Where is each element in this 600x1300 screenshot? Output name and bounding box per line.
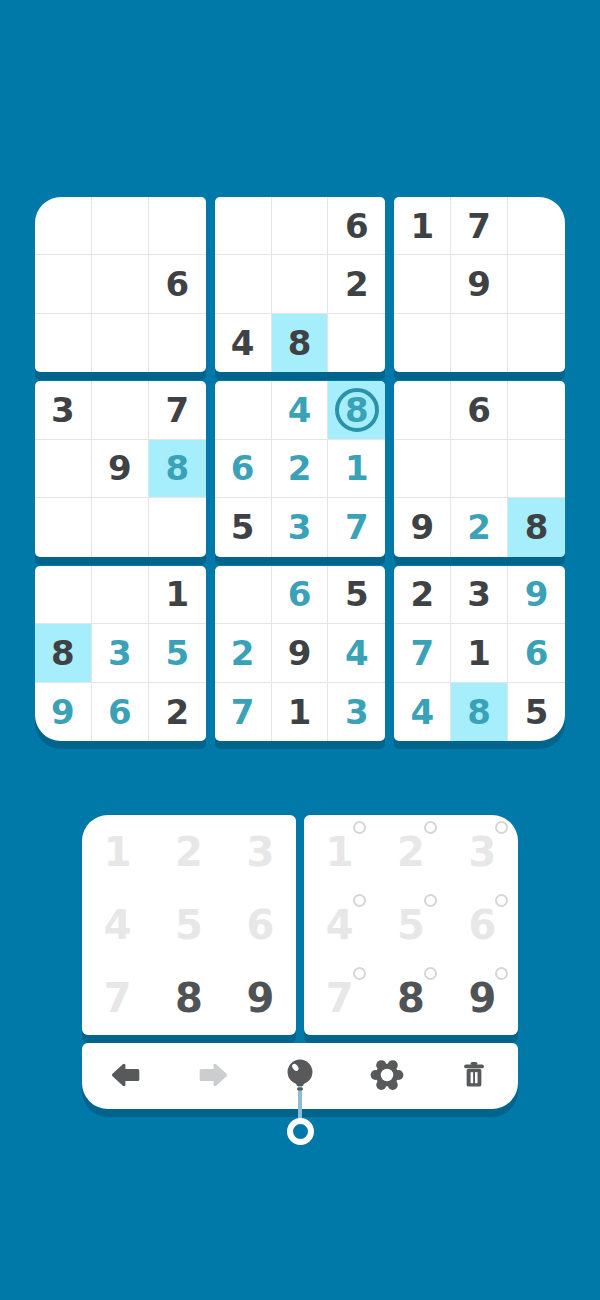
cell-r7c7[interactable]: 2 (394, 566, 451, 624)
numpad-8[interactable]: 8 (153, 962, 224, 1035)
box-1: 6 (35, 197, 206, 372)
cell-r9c9[interactable]: 5 (508, 683, 565, 741)
cell-r2c3[interactable]: 6 (149, 255, 206, 313)
key-digit: 2 (397, 829, 425, 875)
cell-r8c4[interactable]: 2 (215, 624, 272, 682)
cell-r3c6[interactable] (328, 314, 385, 372)
box-4: 3798 (35, 381, 206, 556)
cell-r4c4[interactable] (215, 381, 272, 439)
cell-r5c6[interactable]: 1 (328, 440, 385, 498)
notes-numpad-6: 6 (447, 888, 518, 961)
cell-r9c3[interactable]: 2 (149, 683, 206, 741)
cell-r5c9[interactable] (508, 440, 565, 498)
key-digit: 5 (175, 902, 203, 948)
cell-r8c5[interactable]: 9 (272, 624, 329, 682)
note-mark-icon (424, 821, 437, 834)
cell-r3c4[interactable]: 4 (215, 314, 272, 372)
key-digit: 4 (326, 902, 354, 948)
cell-r1c6[interactable]: 6 (328, 197, 385, 255)
cell-r8c7[interactable]: 7 (394, 624, 451, 682)
cell-r2c4[interactable] (215, 255, 272, 313)
hint-cord-handle[interactable] (287, 1118, 314, 1145)
cell-r2c5[interactable] (272, 255, 329, 313)
notes-numpad-3: 3 (447, 815, 518, 888)
key-digit: 7 (326, 975, 354, 1021)
note-mark-icon (353, 821, 366, 834)
cell-r8c6[interactable]: 4 (328, 624, 385, 682)
trash-icon (457, 1058, 491, 1095)
cell-r4c9[interactable] (508, 381, 565, 439)
cell-r8c3[interactable]: 5 (149, 624, 206, 682)
notes-numpad-5: 5 (375, 888, 446, 961)
cell-r5c2[interactable]: 9 (92, 440, 149, 498)
cell-r1c3[interactable] (149, 197, 206, 255)
cell-r7c3[interactable]: 1 (149, 566, 206, 624)
note-mark-icon (424, 967, 437, 980)
note-mark-icon (353, 967, 366, 980)
numpad-6: 6 (225, 888, 296, 961)
cell-r6c1[interactable] (35, 498, 92, 556)
key-digit: 5 (397, 902, 425, 948)
note-mark-icon (495, 821, 508, 834)
note-mark-icon (424, 894, 437, 907)
key-digit: 9 (246, 975, 274, 1021)
key-digit: 6 (246, 902, 274, 948)
cell-r3c2[interactable] (92, 314, 149, 372)
box-7: 1835962 (35, 566, 206, 741)
note-mark-icon (353, 894, 366, 907)
key-digit: 9 (468, 975, 496, 1021)
cell-r9c8[interactable]: 8 (451, 683, 508, 741)
numpad-2: 2 (153, 815, 224, 888)
key-digit: 8 (397, 975, 425, 1021)
hint-button[interactable] (278, 1054, 322, 1098)
key-digit: 4 (104, 902, 132, 948)
box-8: 65294713 (215, 566, 386, 741)
cell-r9c1[interactable]: 9 (35, 683, 92, 741)
key-digit: 2 (175, 829, 203, 875)
cell-r4c1[interactable]: 3 (35, 381, 92, 439)
notes-numpad-8[interactable]: 8 (375, 962, 446, 1035)
cell-r4c2[interactable] (92, 381, 149, 439)
cell-r6c2[interactable] (92, 498, 149, 556)
cell-r3c8[interactable] (451, 314, 508, 372)
cell-r6c9[interactable]: 8 (508, 498, 565, 556)
notes-numpad-7: 7 (304, 962, 375, 1035)
undo-button[interactable] (104, 1054, 148, 1098)
cell-r1c4[interactable] (215, 197, 272, 255)
cell-r2c2[interactable] (92, 255, 149, 313)
box-6: 6928 (394, 381, 565, 556)
app-screen: { "game": "sudoku", "position": "0000061… (0, 0, 600, 1300)
cell-r5c7[interactable] (394, 440, 451, 498)
cell-r3c9[interactable] (508, 314, 565, 372)
cell-r6c8[interactable]: 2 (451, 498, 508, 556)
numpad-1: 1 (82, 815, 153, 888)
key-digit: 3 (468, 829, 496, 875)
cell-r5c4[interactable]: 6 (215, 440, 272, 498)
undo-arrow-icon (109, 1058, 143, 1095)
cell-r3c5[interactable]: 8 (272, 314, 329, 372)
cell-r6c4[interactable]: 5 (215, 498, 272, 556)
cell-r1c7[interactable]: 1 (394, 197, 451, 255)
cell-r6c7[interactable]: 9 (394, 498, 451, 556)
box-9: 239716485 (394, 566, 565, 741)
box-3: 179 (394, 197, 565, 372)
numpad-7: 7 (82, 962, 153, 1035)
cell-r1c2[interactable] (92, 197, 149, 255)
key-digit: 1 (326, 829, 354, 875)
cell-r4c6[interactable]: 8 (328, 381, 385, 439)
cell-r6c6[interactable]: 7 (328, 498, 385, 556)
cell-r6c3[interactable] (149, 498, 206, 556)
cell-r7c5[interactable]: 6 (272, 566, 329, 624)
cell-r8c9[interactable]: 6 (508, 624, 565, 682)
cell-r5c5[interactable]: 2 (272, 440, 329, 498)
cell-r2c1[interactable] (35, 255, 92, 313)
notes-numpad-1: 1 (304, 815, 375, 888)
cell-r4c7[interactable] (394, 381, 451, 439)
cell-r5c1[interactable] (35, 440, 92, 498)
cell-r9c7[interactable]: 4 (394, 683, 451, 741)
numpad-normal: 123456789 (82, 815, 296, 1035)
notes-numpad-2: 2 (375, 815, 446, 888)
cell-r2c7[interactable] (394, 255, 451, 313)
numpad-notes: 123456789 (304, 815, 518, 1035)
notes-numpad-9[interactable]: 9 (447, 962, 518, 1035)
cell-r5c8[interactable] (451, 440, 508, 498)
cell-r7c1[interactable] (35, 566, 92, 624)
key-digit: 3 (246, 829, 274, 875)
numpad-4: 4 (82, 888, 153, 961)
cell-r9c5[interactable]: 1 (272, 683, 329, 741)
cell-r8c2[interactable]: 3 (92, 624, 149, 682)
cell-r5c3[interactable]: 8 (149, 440, 206, 498)
cell-r7c6[interactable]: 5 (328, 566, 385, 624)
note-mark-icon (495, 967, 508, 980)
key-digit: 7 (104, 975, 132, 1021)
key-digit: 1 (104, 829, 132, 875)
cell-r1c9[interactable] (508, 197, 565, 255)
note-mark-icon (495, 894, 508, 907)
cell-r4c8[interactable]: 6 (451, 381, 508, 439)
cell-r2c6[interactable]: 2 (328, 255, 385, 313)
cell-r3c1[interactable] (35, 314, 92, 372)
cell-r2c9[interactable] (508, 255, 565, 313)
lightbulb-icon (282, 1057, 318, 1096)
numpad-9[interactable]: 9 (225, 962, 296, 1035)
cell-r6c5[interactable]: 3 (272, 498, 329, 556)
cell-r8c1[interactable]: 8 (35, 624, 92, 682)
key-digit: 6 (468, 902, 496, 948)
redo-button[interactable] (191, 1054, 235, 1098)
gear-icon (370, 1058, 404, 1095)
box-2: 6248 (215, 197, 386, 372)
numpad-5: 5 (153, 888, 224, 961)
number-pad: 123456789 123456789 (82, 815, 518, 1035)
sudoku-board: 6624817937984862153769281835962652947132… (35, 197, 565, 741)
cell-r2c8[interactable]: 9 (451, 255, 508, 313)
cell-r4c5[interactable]: 4 (272, 381, 329, 439)
key-digit: 8 (175, 975, 203, 1021)
redo-arrow-icon (196, 1058, 230, 1095)
cell-r1c8[interactable]: 7 (451, 197, 508, 255)
cell-r9c6[interactable]: 3 (328, 683, 385, 741)
cell-r3c3[interactable] (149, 314, 206, 372)
cell-r1c1[interactable] (35, 197, 92, 255)
cell-r7c9[interactable]: 9 (508, 566, 565, 624)
erase-button[interactable] (452, 1054, 496, 1098)
cell-r8c8[interactable]: 1 (451, 624, 508, 682)
cell-r7c8[interactable]: 3 (451, 566, 508, 624)
cell-r3c7[interactable] (394, 314, 451, 372)
notes-numpad-4: 4 (304, 888, 375, 961)
cell-r9c2[interactable]: 6 (92, 683, 149, 741)
cell-r9c4[interactable]: 7 (215, 683, 272, 741)
cell-r7c4[interactable] (215, 566, 272, 624)
settings-button[interactable] (365, 1054, 409, 1098)
cell-r1c5[interactable] (272, 197, 329, 255)
cell-r4c3[interactable]: 7 (149, 381, 206, 439)
selected-cell-ring: 8 (335, 388, 379, 432)
cell-r7c2[interactable] (92, 566, 149, 624)
box-5: 48621537 (215, 381, 386, 556)
numpad-3: 3 (225, 815, 296, 888)
